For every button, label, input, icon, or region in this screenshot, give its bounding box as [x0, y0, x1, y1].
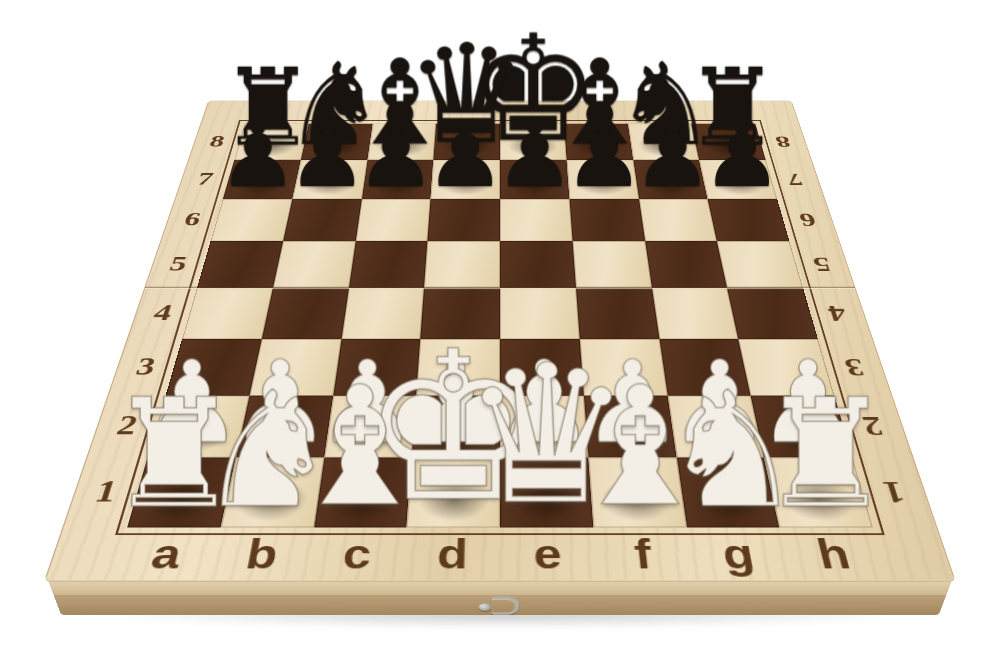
rank-label-left-5: 5 [167, 253, 190, 276]
fold-seam [144, 286, 856, 289]
file-label-b: b [242, 532, 281, 578]
white-knight-g1[interactable]: ♞ [661, 375, 804, 527]
black-pawn-a7[interactable]: ♟ [218, 113, 298, 198]
rank-label-left-6: 6 [181, 209, 203, 230]
file-label-a: a [147, 532, 187, 578]
rank-label-right-4: 4 [825, 300, 850, 325]
square-h7[interactable]: ♟ [699, 160, 777, 199]
rank-label-left-4: 4 [150, 300, 175, 325]
black-pawn-d7[interactable]: ♟ [425, 113, 505, 198]
file-label-e: e [533, 532, 563, 578]
square-c7[interactable]: ♟ [361, 160, 433, 199]
square-b1[interactable]: ♞ [220, 458, 323, 528]
rank-label-right-7: 7 [784, 169, 805, 188]
file-label-c: c [340, 532, 373, 578]
front-edge-upper [48, 580, 952, 596]
file-label-g: g [719, 532, 758, 578]
square-d7[interactable]: ♟ [431, 160, 500, 199]
square-g7[interactable]: ♟ [633, 160, 708, 199]
black-pawn-e7[interactable]: ♟ [494, 113, 574, 198]
white-knight-b1[interactable]: ♞ [196, 375, 339, 527]
square-f7[interactable]: ♟ [566, 160, 638, 199]
chess-photo-scene: ♜♞♝♛♚♝♞♜♟♟♟♟♟♟♟♟♟♟♟♟♟♟♟♟♜♞♝♚♛♝♞♜ 8765432… [0, 0, 1000, 650]
board-front-edge [48, 580, 952, 615]
rank-label-right-5: 5 [810, 253, 833, 276]
clasp-hook-icon [491, 597, 519, 615]
file-label-d: d [436, 532, 468, 578]
file-label-h: h [812, 532, 854, 578]
clasp-screw-icon [479, 604, 492, 612]
black-pawn-h7[interactable]: ♟ [702, 113, 782, 198]
clasp [477, 597, 522, 614]
file-label-f: f [632, 532, 654, 578]
rank-label-left-7: 7 [195, 169, 216, 188]
square-g1[interactable]: ♞ [676, 458, 779, 528]
rank-label-right-6: 6 [797, 209, 819, 230]
square-e7[interactable]: ♟ [500, 160, 569, 199]
board-3d: ♜♞♝♛♚♝♞♜♟♟♟♟♟♟♟♟♟♟♟♟♟♟♟♟♜♞♝♚♛♝♞♜ 8765432… [45, 101, 954, 580]
